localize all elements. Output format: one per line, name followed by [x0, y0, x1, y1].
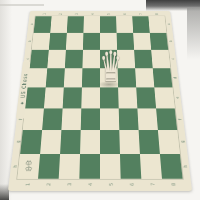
- square-a5: [100, 16, 117, 32]
- square-h3: [59, 154, 80, 179]
- square-a2: [50, 16, 67, 32]
- square-b8: [150, 32, 169, 49]
- square-d3: [64, 68, 83, 87]
- square-e4: [81, 87, 100, 108]
- square-c4: [82, 50, 100, 68]
- square-b3: [66, 32, 84, 49]
- rank-labels-bottom: 12345678: [16, 181, 183, 189]
- square-e7: [136, 87, 156, 108]
- square-a8: [148, 16, 166, 32]
- square-g6: [119, 130, 140, 154]
- square-d2: [46, 68, 65, 87]
- square-f1: [23, 108, 44, 130]
- double-crown-logo-icon: ♔♔: [17, 154, 40, 179]
- square-c2: [47, 50, 66, 68]
- square-b4: [83, 32, 100, 49]
- square-g4: [80, 130, 100, 154]
- square-h1: ♔♔: [17, 154, 40, 179]
- square-d1: [28, 68, 48, 87]
- square-g5: [100, 130, 120, 154]
- square-c8: [151, 50, 170, 68]
- square-f8: [156, 108, 177, 130]
- white-queen-piece: ♛: [100, 46, 117, 88]
- square-b7: [133, 32, 151, 49]
- square-e1: [25, 87, 45, 108]
- square-b1: [32, 32, 51, 49]
- square-g2: [40, 130, 61, 154]
- square-d7: [135, 68, 154, 87]
- square-g7: [139, 130, 160, 154]
- square-c1: [30, 50, 49, 68]
- square-h6: [120, 154, 141, 179]
- photo-scene: 12345678 12345678 abcdefgh abcdefgh ✦ US…: [0, 0, 200, 200]
- square-g1: [20, 130, 42, 154]
- square-c3: [65, 50, 83, 68]
- board-grid: ♔♔: [17, 16, 182, 179]
- square-f6: [119, 108, 139, 130]
- square-h5: [100, 154, 121, 179]
- square-h4: [79, 154, 100, 179]
- square-h2: [38, 154, 60, 179]
- square-f2: [42, 108, 63, 130]
- square-h8: [160, 154, 183, 179]
- square-f5: [100, 108, 119, 130]
- square-e8: [154, 87, 174, 108]
- square-h7: [140, 154, 162, 179]
- background-shadow-right: [187, 8, 200, 60]
- square-g8: [158, 130, 180, 154]
- square-a6: [116, 16, 133, 32]
- square-d8: [153, 68, 173, 87]
- square-b2: [49, 32, 67, 49]
- square-f7: [137, 108, 158, 130]
- square-f4: [81, 108, 100, 130]
- square-a7: [132, 16, 149, 32]
- square-f3: [61, 108, 81, 130]
- square-g3: [60, 130, 81, 154]
- square-e2: [44, 87, 64, 108]
- square-c7: [134, 50, 153, 68]
- square-a3: [67, 16, 84, 32]
- chess-board: 12345678 12345678 abcdefgh abcdefgh ✦ US…: [8, 11, 192, 191]
- square-e3: [63, 87, 82, 108]
- square-a1: [34, 16, 52, 32]
- square-a4: [83, 16, 100, 32]
